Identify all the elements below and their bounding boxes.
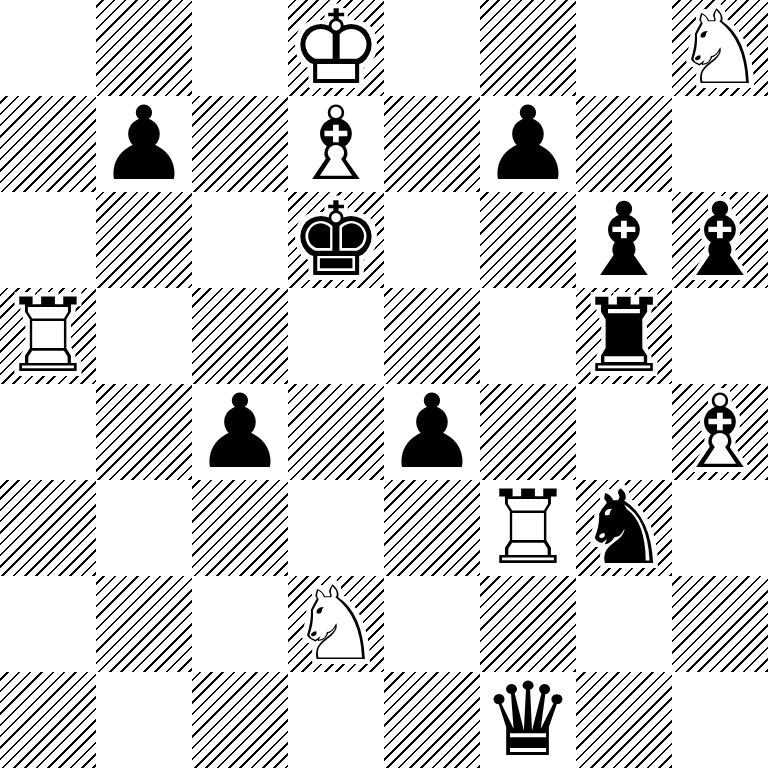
square-e4[interactable]: ♟♟ <box>384 384 480 480</box>
piece-white-bishop: ♗ <box>672 384 768 480</box>
piece-black-knight: ♞ <box>576 480 672 576</box>
square-g1[interactable] <box>576 672 672 768</box>
square-c2[interactable] <box>192 576 288 672</box>
square-h3[interactable] <box>672 480 768 576</box>
square-b8[interactable] <box>96 0 192 96</box>
piece-black-pawn: ♟ <box>480 96 576 192</box>
square-a6[interactable] <box>0 192 96 288</box>
square-e5[interactable] <box>384 288 480 384</box>
square-e2[interactable] <box>384 576 480 672</box>
square-a1[interactable] <box>0 672 96 768</box>
piece-black-queen: ♛ <box>480 672 576 768</box>
square-a3[interactable] <box>0 480 96 576</box>
square-e3[interactable] <box>384 480 480 576</box>
square-a2[interactable] <box>0 576 96 672</box>
square-g4[interactable] <box>576 384 672 480</box>
piece-black-bishop: ♝ <box>576 192 672 288</box>
square-e7[interactable] <box>384 96 480 192</box>
square-g2[interactable] <box>576 576 672 672</box>
square-b3[interactable] <box>96 480 192 576</box>
square-f2[interactable] <box>480 576 576 672</box>
piece-black-pawn: ♟ <box>96 96 192 192</box>
black-pawn-halo: ♟ <box>190 382 291 483</box>
square-d6[interactable]: ♚♚ <box>288 192 384 288</box>
square-f8[interactable] <box>480 0 576 96</box>
square-f4[interactable] <box>480 384 576 480</box>
black-pawn-halo: ♟ <box>382 382 483 483</box>
square-g3[interactable]: ♞♞ <box>576 480 672 576</box>
square-f5[interactable] <box>480 288 576 384</box>
square-a8[interactable] <box>0 0 96 96</box>
piece-black-pawn: ♟ <box>384 384 480 480</box>
square-a4[interactable] <box>0 384 96 480</box>
square-h7[interactable] <box>672 96 768 192</box>
square-g5[interactable]: ♜♜ <box>576 288 672 384</box>
white-bishop-halo: ♝ <box>286 94 387 195</box>
square-d7[interactable]: ♝♗ <box>288 96 384 192</box>
white-rook-halo: ♜ <box>0 286 98 387</box>
piece-white-bishop: ♗ <box>288 96 384 192</box>
square-b7[interactable]: ♟♟ <box>96 96 192 192</box>
square-a5[interactable]: ♜♖ <box>0 288 96 384</box>
square-c3[interactable] <box>192 480 288 576</box>
square-h6[interactable]: ♝♝ <box>672 192 768 288</box>
square-b4[interactable] <box>96 384 192 480</box>
white-knight-halo: ♞ <box>286 574 387 675</box>
black-queen-halo: ♛ <box>478 670 579 768</box>
black-knight-halo: ♞ <box>574 478 675 579</box>
square-b5[interactable] <box>96 288 192 384</box>
square-c7[interactable] <box>192 96 288 192</box>
square-c1[interactable] <box>192 672 288 768</box>
square-d8[interactable]: ♚♔ <box>288 0 384 96</box>
square-h5[interactable] <box>672 288 768 384</box>
square-c8[interactable] <box>192 0 288 96</box>
square-e1[interactable] <box>384 672 480 768</box>
black-bishop-halo: ♝ <box>574 190 675 291</box>
square-f7[interactable]: ♟♟ <box>480 96 576 192</box>
chess-board: ♚♔♞♘♟♟♝♗♟♟♚♚♝♝♝♝♜♖♜♜♟♟♟♟♝♗♜♖♞♞♞♘♛♛ <box>0 0 768 768</box>
square-c5[interactable] <box>192 288 288 384</box>
black-bishop-halo: ♝ <box>670 190 768 291</box>
square-h1[interactable] <box>672 672 768 768</box>
piece-white-knight: ♘ <box>288 576 384 672</box>
square-b6[interactable] <box>96 192 192 288</box>
square-e8[interactable] <box>384 0 480 96</box>
black-king-halo: ♚ <box>286 190 387 291</box>
square-c6[interactable] <box>192 192 288 288</box>
square-f3[interactable]: ♜♖ <box>480 480 576 576</box>
black-rook-halo: ♜ <box>574 286 675 387</box>
square-g6[interactable]: ♝♝ <box>576 192 672 288</box>
square-d4[interactable] <box>288 384 384 480</box>
piece-white-rook: ♖ <box>480 480 576 576</box>
black-pawn-halo: ♟ <box>94 94 195 195</box>
square-d5[interactable] <box>288 288 384 384</box>
square-b1[interactable] <box>96 672 192 768</box>
white-knight-halo: ♞ <box>670 0 768 98</box>
black-pawn-halo: ♟ <box>478 94 579 195</box>
white-bishop-halo: ♝ <box>670 382 768 483</box>
piece-white-king: ♔ <box>288 0 384 96</box>
square-d1[interactable] <box>288 672 384 768</box>
square-f1[interactable]: ♛♛ <box>480 672 576 768</box>
square-d2[interactable]: ♞♘ <box>288 576 384 672</box>
piece-black-king: ♚ <box>288 192 384 288</box>
square-f6[interactable] <box>480 192 576 288</box>
piece-black-pawn: ♟ <box>192 384 288 480</box>
square-h4[interactable]: ♝♗ <box>672 384 768 480</box>
piece-black-bishop: ♝ <box>672 192 768 288</box>
white-king-halo: ♚ <box>286 0 387 98</box>
square-h2[interactable] <box>672 576 768 672</box>
square-c4[interactable]: ♟♟ <box>192 384 288 480</box>
piece-white-knight: ♘ <box>672 0 768 96</box>
square-h8[interactable]: ♞♘ <box>672 0 768 96</box>
square-g8[interactable] <box>576 0 672 96</box>
piece-black-rook: ♜ <box>576 288 672 384</box>
square-d3[interactable] <box>288 480 384 576</box>
square-b2[interactable] <box>96 576 192 672</box>
square-e6[interactable] <box>384 192 480 288</box>
square-g7[interactable] <box>576 96 672 192</box>
square-a7[interactable] <box>0 96 96 192</box>
white-rook-halo: ♜ <box>478 478 579 579</box>
piece-white-rook: ♖ <box>0 288 96 384</box>
